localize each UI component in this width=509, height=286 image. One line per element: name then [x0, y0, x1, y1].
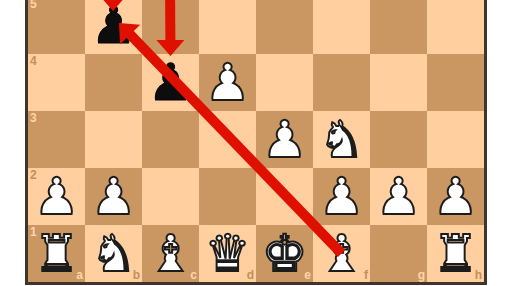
black-pawn-c4[interactable]: ♟ [142, 54, 199, 111]
square-c5[interactable] [142, 0, 199, 54]
chess-diagram: 5♟4♟♟3♟♞2♟♟♟♟♟1a♜b♞c♝d♛e♚f♝gh♜ [0, 0, 509, 286]
chess-board: 5♟4♟♟3♟♞2♟♟♟♟♟1a♜b♞c♝d♛e♚f♝gh♜ [25, 0, 487, 285]
square-e4[interactable] [256, 54, 313, 111]
square-b1[interactable]: b♞ [85, 225, 142, 282]
square-a4[interactable]: 4 [28, 54, 85, 111]
white-queen-d1[interactable]: ♛ [199, 225, 256, 282]
square-c3[interactable] [142, 111, 199, 168]
white-pawn-a2[interactable]: ♟ [28, 168, 85, 225]
square-e5[interactable] [256, 0, 313, 54]
square-d4[interactable]: ♟ [199, 54, 256, 111]
white-pawn-h2[interactable]: ♟ [427, 168, 484, 225]
square-f3[interactable]: ♞ [313, 111, 370, 168]
square-g1[interactable]: g [370, 225, 427, 282]
square-f4[interactable] [313, 54, 370, 111]
square-a3[interactable]: 3 [28, 111, 85, 168]
square-f1[interactable]: f♝ [313, 225, 370, 282]
square-g4[interactable] [370, 54, 427, 111]
square-d3[interactable] [199, 111, 256, 168]
square-a5[interactable]: 5 [28, 0, 85, 54]
white-knight-f3[interactable]: ♞ [313, 111, 370, 168]
square-b5[interactable]: ♟ [85, 0, 142, 54]
rank-label-3: 3 [30, 112, 37, 124]
square-h2[interactable]: ♟ [427, 168, 484, 225]
white-knight-b1[interactable]: ♞ [85, 225, 142, 282]
square-d5[interactable] [199, 0, 256, 54]
rank-label-4: 4 [30, 55, 37, 67]
white-rook-a1[interactable]: ♜ [28, 225, 85, 282]
white-pawn-e3[interactable]: ♟ [256, 111, 313, 168]
square-c2[interactable] [142, 168, 199, 225]
square-f5[interactable] [313, 0, 370, 54]
white-pawn-g2[interactable]: ♟ [370, 168, 427, 225]
square-h3[interactable] [427, 111, 484, 168]
square-b2[interactable]: ♟ [85, 168, 142, 225]
square-d1[interactable]: d♛ [199, 225, 256, 282]
square-g3[interactable] [370, 111, 427, 168]
white-pawn-f2[interactable]: ♟ [313, 168, 370, 225]
square-b3[interactable] [85, 111, 142, 168]
square-e1[interactable]: e♚ [256, 225, 313, 282]
square-d2[interactable] [199, 168, 256, 225]
square-h5[interactable] [427, 0, 484, 54]
square-h4[interactable] [427, 54, 484, 111]
square-e3[interactable]: ♟ [256, 111, 313, 168]
square-h1[interactable]: h♜ [427, 225, 484, 282]
white-bishop-f1[interactable]: ♝ [313, 225, 370, 282]
white-pawn-d4[interactable]: ♟ [199, 54, 256, 111]
square-e2[interactable] [256, 168, 313, 225]
file-label-g: g [418, 269, 425, 281]
square-g2[interactable]: ♟ [370, 168, 427, 225]
square-a2[interactable]: 2♟ [28, 168, 85, 225]
white-king-e1[interactable]: ♚ [256, 225, 313, 282]
square-b4[interactable] [85, 54, 142, 111]
square-g5[interactable] [370, 0, 427, 54]
white-rook-h1[interactable]: ♜ [427, 225, 484, 282]
square-c4[interactable]: ♟ [142, 54, 199, 111]
square-c1[interactable]: c♝ [142, 225, 199, 282]
square-a1[interactable]: 1a♜ [28, 225, 85, 282]
white-pawn-b2[interactable]: ♟ [85, 168, 142, 225]
square-f2[interactable]: ♟ [313, 168, 370, 225]
black-pawn-b5[interactable]: ♟ [85, 0, 142, 54]
white-bishop-c1[interactable]: ♝ [142, 225, 199, 282]
rank-label-5: 5 [30, 0, 37, 10]
